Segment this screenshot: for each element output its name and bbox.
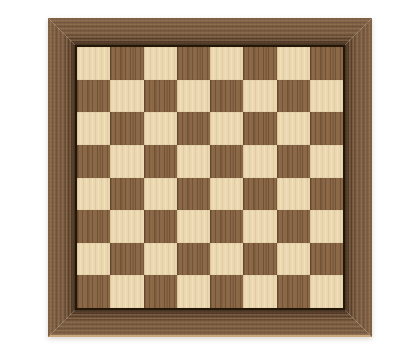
board-frame-bottom <box>48 310 372 337</box>
square-e5[interactable] <box>210 145 243 178</box>
square-a6[interactable] <box>77 112 110 145</box>
square-g8[interactable] <box>277 47 310 80</box>
square-d6[interactable] <box>177 112 210 145</box>
square-f4[interactable] <box>243 178 276 211</box>
square-d5[interactable] <box>177 145 210 178</box>
square-e7[interactable] <box>210 80 243 113</box>
square-c5[interactable] <box>144 145 177 178</box>
square-h1[interactable] <box>310 275 343 308</box>
product-photo-background <box>0 0 420 355</box>
square-h7[interactable] <box>310 80 343 113</box>
square-b2[interactable] <box>110 243 143 276</box>
square-g7[interactable] <box>277 80 310 113</box>
board-frame-top <box>48 18 372 45</box>
square-d4[interactable] <box>177 178 210 211</box>
square-c1[interactable] <box>144 275 177 308</box>
square-e2[interactable] <box>210 243 243 276</box>
square-h8[interactable] <box>310 47 343 80</box>
square-c3[interactable] <box>144 210 177 243</box>
square-a4[interactable] <box>77 178 110 211</box>
square-c7[interactable] <box>144 80 177 113</box>
square-d3[interactable] <box>177 210 210 243</box>
square-c4[interactable] <box>144 178 177 211</box>
square-h5[interactable] <box>310 145 343 178</box>
board-frame-left <box>48 18 75 337</box>
board-frame-right <box>345 18 372 337</box>
square-b5[interactable] <box>110 145 143 178</box>
square-a3[interactable] <box>77 210 110 243</box>
square-g6[interactable] <box>277 112 310 145</box>
square-a5[interactable] <box>77 145 110 178</box>
square-b8[interactable] <box>110 47 143 80</box>
square-g3[interactable] <box>277 210 310 243</box>
square-c2[interactable] <box>144 243 177 276</box>
square-g2[interactable] <box>277 243 310 276</box>
square-d8[interactable] <box>177 47 210 80</box>
square-a2[interactable] <box>77 243 110 276</box>
square-e8[interactable] <box>210 47 243 80</box>
square-b7[interactable] <box>110 80 143 113</box>
square-f2[interactable] <box>243 243 276 276</box>
square-f3[interactable] <box>243 210 276 243</box>
square-e1[interactable] <box>210 275 243 308</box>
square-f1[interactable] <box>243 275 276 308</box>
square-b1[interactable] <box>110 275 143 308</box>
board-grid <box>75 45 345 310</box>
square-d1[interactable] <box>177 275 210 308</box>
square-b3[interactable] <box>110 210 143 243</box>
square-f8[interactable] <box>243 47 276 80</box>
square-h4[interactable] <box>310 178 343 211</box>
chess-board <box>48 18 372 337</box>
square-h6[interactable] <box>310 112 343 145</box>
square-a1[interactable] <box>77 275 110 308</box>
square-d7[interactable] <box>177 80 210 113</box>
square-b6[interactable] <box>110 112 143 145</box>
square-h3[interactable] <box>310 210 343 243</box>
square-g5[interactable] <box>277 145 310 178</box>
square-a8[interactable] <box>77 47 110 80</box>
square-c6[interactable] <box>144 112 177 145</box>
square-f6[interactable] <box>243 112 276 145</box>
square-a7[interactable] <box>77 80 110 113</box>
square-f7[interactable] <box>243 80 276 113</box>
square-f5[interactable] <box>243 145 276 178</box>
square-g4[interactable] <box>277 178 310 211</box>
square-e4[interactable] <box>210 178 243 211</box>
square-h2[interactable] <box>310 243 343 276</box>
square-c8[interactable] <box>144 47 177 80</box>
square-e3[interactable] <box>210 210 243 243</box>
square-d2[interactable] <box>177 243 210 276</box>
square-b4[interactable] <box>110 178 143 211</box>
square-g1[interactable] <box>277 275 310 308</box>
square-e6[interactable] <box>210 112 243 145</box>
